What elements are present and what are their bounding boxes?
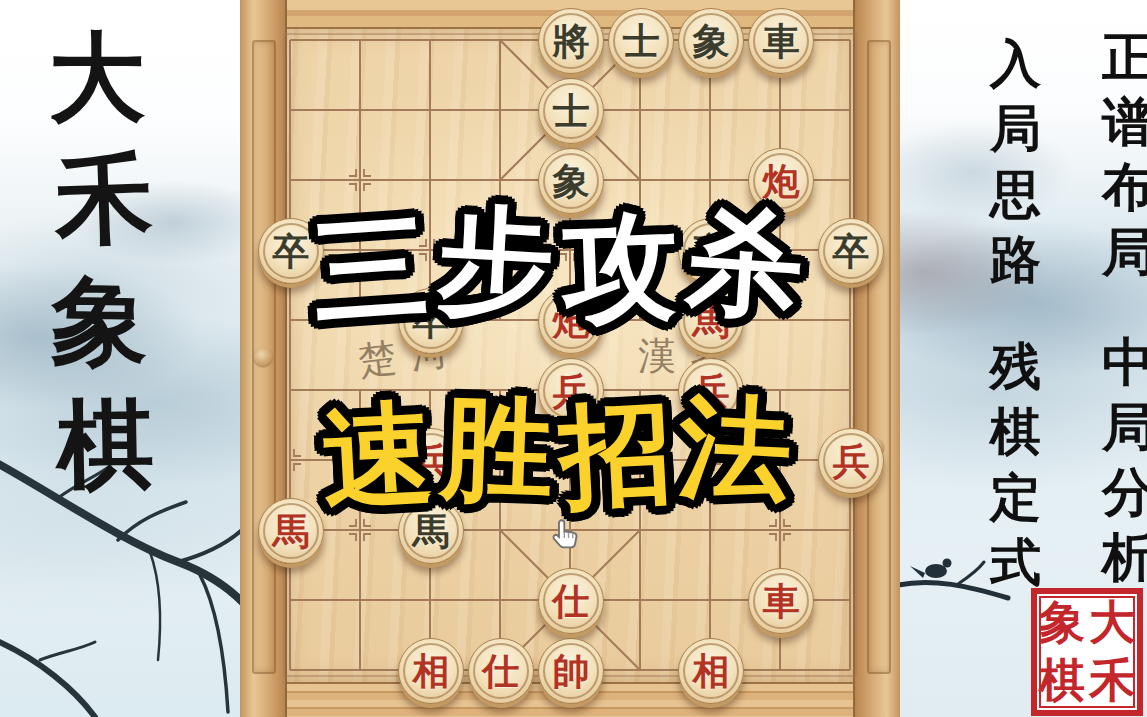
piece-glyph: 仕 (483, 653, 520, 690)
overlay-title-line1: 三步攻杀 (312, 188, 803, 344)
pieces-layer: 將士象車士象炮卒卒卒卒炮馬兵兵兵兵馬馬仕車相仕帥相 (0, 0, 1147, 717)
overlay-title-line2: 速胜招法 (322, 378, 791, 529)
piece-glyph: 卒 (273, 233, 310, 270)
hand-pointer-cursor (550, 518, 584, 556)
char-glyph: 步 (433, 181, 557, 343)
piece-black-象-f7r0[interactable]: 象 (678, 8, 744, 74)
video-thumbnail-stage: 大禾象棋 入局思路 残棋定式 正谱布局 中局分析 象大棋禾 (0, 0, 1147, 717)
piece-glyph: 象 (693, 23, 730, 60)
piece-glyph: 士 (623, 23, 660, 60)
piece-black-車-f8r0[interactable]: 車 (748, 8, 814, 74)
piece-red-仕-f5r8[interactable]: 仕 (538, 568, 604, 634)
char-glyph: 攻 (559, 188, 680, 348)
piece-glyph: 將 (553, 23, 590, 60)
piece-red-相-f3r9[interactable]: 相 (398, 638, 464, 704)
char-glyph: 三 (307, 188, 434, 352)
piece-glyph: 相 (413, 653, 450, 690)
char-glyph: 速 (318, 378, 438, 535)
piece-glyph: 車 (763, 583, 800, 620)
piece-black-士-f5r1[interactable]: 士 (538, 78, 604, 144)
piece-glyph: 仕 (553, 583, 590, 620)
piece-red-仕-f4r9[interactable]: 仕 (468, 638, 534, 704)
piece-glyph: 帥 (553, 653, 590, 690)
piece-red-兵-f9r6[interactable]: 兵 (818, 428, 884, 494)
piece-glyph: 車 (763, 23, 800, 60)
char-glyph: 法 (675, 371, 795, 528)
char-glyph: 胜 (439, 373, 556, 528)
piece-glyph: 卒 (833, 233, 870, 270)
piece-red-馬-f1r7[interactable]: 馬 (258, 498, 324, 564)
char-glyph: 招 (556, 377, 676, 534)
piece-glyph: 馬 (273, 513, 310, 550)
piece-glyph: 士 (553, 93, 590, 130)
piece-glyph: 相 (693, 653, 730, 690)
piece-red-車-f8r8[interactable]: 車 (748, 568, 814, 634)
piece-glyph: 兵 (833, 443, 870, 480)
piece-red-帥-f5r9[interactable]: 帥 (538, 638, 604, 704)
piece-black-士-f6r0[interactable]: 士 (608, 8, 674, 74)
piece-black-卒-f9r3[interactable]: 卒 (818, 218, 884, 284)
char-glyph: 杀 (682, 182, 809, 346)
piece-red-相-f7r9[interactable]: 相 (678, 638, 744, 704)
piece-black-將-f5r0[interactable]: 將 (538, 8, 604, 74)
